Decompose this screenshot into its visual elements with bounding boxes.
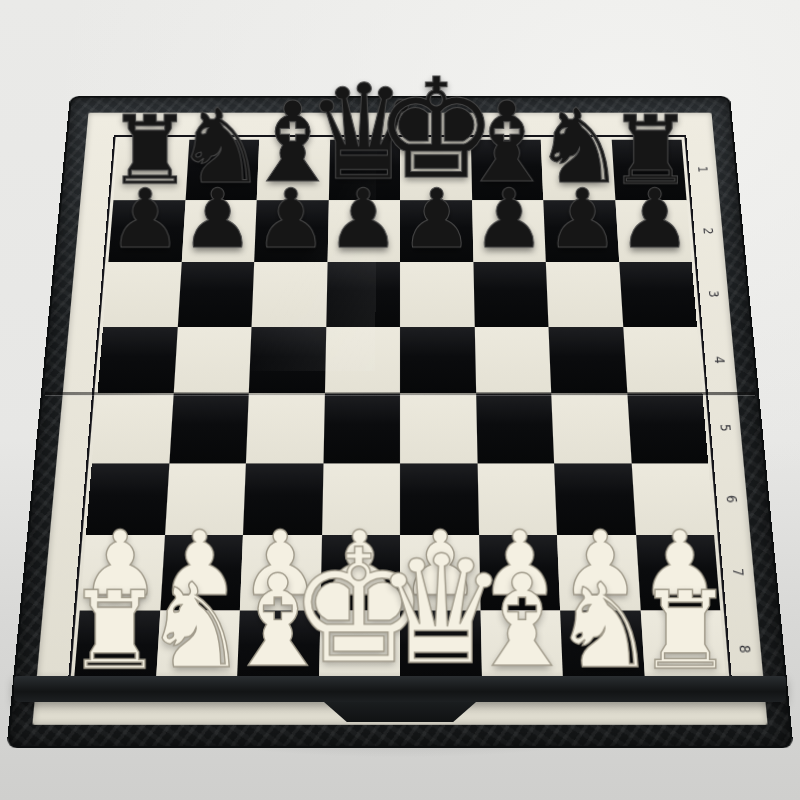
square-b7[interactable]: ♟ <box>181 200 256 262</box>
photo-backdrop: ♜♞♝♛♚♝♞♜♟♟♟♟♟♟♟♟♟♟♟♟♟♟♟♟♜♞♝♚♛♝♞♜ 1234567… <box>0 0 800 800</box>
square-h7[interactable]: ♟ <box>615 200 692 262</box>
perspective-wrapper: ♜♞♝♛♚♝♞♜♟♟♟♟♟♟♟♟♟♟♟♟♟♟♟♟♜♞♝♚♛♝♞♜ 1234567… <box>70 96 730 756</box>
square-e7[interactable]: ♟ <box>400 200 473 262</box>
piece-black-pawn[interactable]: ♟ <box>546 178 619 260</box>
fold-seam <box>45 392 755 395</box>
square-d7[interactable]: ♟ <box>327 200 400 262</box>
piece-black-pawn[interactable]: ♟ <box>327 178 400 260</box>
piece-black-pawn[interactable]: ♟ <box>400 178 473 260</box>
square-c7[interactable]: ♟ <box>254 200 328 262</box>
board-front-edge <box>14 676 786 702</box>
square-f7[interactable]: ♟ <box>472 200 546 262</box>
piece-white-rook[interactable]: ♜ <box>637 578 734 686</box>
chess-board: ♜♞♝♛♚♝♞♜♟♟♟♟♟♟♟♟♟♟♟♟♟♟♟♟♜♞♝♚♛♝♞♜ 1234567… <box>6 96 793 748</box>
piece-black-pawn[interactable]: ♟ <box>108 178 181 260</box>
piece-black-pawn[interactable]: ♟ <box>618 178 691 260</box>
piece-black-pawn[interactable]: ♟ <box>254 178 327 260</box>
rank-label-4: 4 <box>681 349 758 370</box>
piece-black-pawn[interactable]: ♟ <box>473 178 546 260</box>
clasp-notch <box>324 702 476 722</box>
piece-black-pawn[interactable]: ♟ <box>181 178 254 260</box>
square-a7[interactable]: ♟ <box>108 200 185 262</box>
square-g7[interactable]: ♟ <box>543 200 618 262</box>
